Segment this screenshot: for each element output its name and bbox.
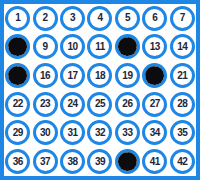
number-cell-16[interactable]: 16 bbox=[33, 63, 58, 88]
number-label: 41 bbox=[150, 157, 160, 167]
number-label: 13 bbox=[150, 42, 160, 52]
number-cell-34[interactable]: 34 bbox=[142, 120, 167, 145]
number-label: 25 bbox=[95, 99, 105, 109]
number-cell-35[interactable]: 35 bbox=[170, 120, 195, 145]
number-label: 19 bbox=[122, 71, 132, 81]
number-cell-5[interactable]: 5 bbox=[115, 6, 140, 31]
number-cell-1[interactable]: 1 bbox=[5, 6, 30, 31]
number-cell-14[interactable]: 14 bbox=[170, 34, 195, 59]
number-cell-39[interactable]: 39 bbox=[87, 149, 112, 174]
number-label: 16 bbox=[40, 71, 50, 81]
number-cell-11[interactable]: 11 bbox=[87, 34, 112, 59]
number-cell-12[interactable]: 12 bbox=[115, 34, 140, 59]
number-cell-32[interactable]: 32 bbox=[87, 120, 112, 145]
number-cell-19[interactable]: 19 bbox=[115, 63, 140, 88]
number-cell-30[interactable]: 30 bbox=[33, 120, 58, 145]
number-grid: 1234567891011121314151617181920212223242… bbox=[4, 4, 196, 176]
number-label: 37 bbox=[40, 157, 50, 167]
number-label: 42 bbox=[177, 157, 187, 167]
number-label: 32 bbox=[95, 128, 105, 138]
number-label: 17 bbox=[68, 71, 78, 81]
number-label: 34 bbox=[150, 128, 160, 138]
number-cell-27[interactable]: 27 bbox=[142, 92, 167, 117]
number-cell-13[interactable]: 13 bbox=[142, 34, 167, 59]
number-label: 33 bbox=[122, 128, 132, 138]
number-label: 29 bbox=[13, 128, 23, 138]
number-label: 30 bbox=[40, 128, 50, 138]
number-label: 38 bbox=[68, 157, 78, 167]
number-label: 10 bbox=[68, 42, 78, 52]
number-cell-41[interactable]: 41 bbox=[142, 149, 167, 174]
number-cell-37[interactable]: 37 bbox=[33, 149, 58, 174]
number-label: 27 bbox=[150, 99, 160, 109]
number-label: 24 bbox=[68, 99, 78, 109]
cross-mark-icon bbox=[5, 34, 30, 59]
number-label: 14 bbox=[177, 42, 187, 52]
number-cell-25[interactable]: 25 bbox=[87, 92, 112, 117]
number-label: 26 bbox=[122, 99, 132, 109]
number-cell-23[interactable]: 23 bbox=[33, 92, 58, 117]
number-label: 18 bbox=[95, 71, 105, 81]
number-cell-3[interactable]: 3 bbox=[60, 6, 85, 31]
number-cell-31[interactable]: 31 bbox=[60, 120, 85, 145]
number-cell-18[interactable]: 18 bbox=[87, 63, 112, 88]
number-cell-24[interactable]: 24 bbox=[60, 92, 85, 117]
number-label: 35 bbox=[177, 128, 187, 138]
number-cell-36[interactable]: 36 bbox=[5, 149, 30, 174]
number-label: 11 bbox=[95, 42, 105, 52]
number-label: 4 bbox=[97, 13, 102, 23]
number-label: 3 bbox=[70, 13, 75, 23]
number-label: 2 bbox=[43, 13, 48, 23]
number-label: 9 bbox=[43, 42, 48, 52]
number-cell-17[interactable]: 17 bbox=[60, 63, 85, 88]
number-cell-26[interactable]: 26 bbox=[115, 92, 140, 117]
number-cell-22[interactable]: 22 bbox=[5, 92, 30, 117]
number-cell-29[interactable]: 29 bbox=[5, 120, 30, 145]
number-label: 6 bbox=[152, 13, 157, 23]
number-label: 1 bbox=[15, 13, 20, 23]
number-cell-28[interactable]: 28 bbox=[170, 92, 195, 117]
number-label: 7 bbox=[180, 13, 185, 23]
cross-mark-icon bbox=[5, 63, 30, 88]
cross-mark-icon bbox=[115, 34, 140, 59]
cross-mark-icon bbox=[142, 63, 167, 88]
number-cell-20[interactable]: 20 bbox=[142, 63, 167, 88]
number-cell-4[interactable]: 4 bbox=[87, 6, 112, 31]
number-label: 21 bbox=[177, 71, 187, 81]
number-label: 31 bbox=[68, 128, 78, 138]
number-board: 1234567891011121314151617181920212223242… bbox=[0, 0, 200, 180]
number-label: 23 bbox=[40, 99, 50, 109]
number-label: 39 bbox=[95, 157, 105, 167]
number-cell-33[interactable]: 33 bbox=[115, 120, 140, 145]
number-cell-15[interactable]: 15 bbox=[5, 63, 30, 88]
cross-mark-icon bbox=[115, 149, 140, 174]
number-cell-42[interactable]: 42 bbox=[170, 149, 195, 174]
number-cell-8[interactable]: 8 bbox=[5, 34, 30, 59]
number-label: 5 bbox=[125, 13, 130, 23]
number-label: 28 bbox=[177, 99, 187, 109]
number-cell-2[interactable]: 2 bbox=[33, 6, 58, 31]
number-cell-9[interactable]: 9 bbox=[33, 34, 58, 59]
number-cell-38[interactable]: 38 bbox=[60, 149, 85, 174]
number-cell-6[interactable]: 6 bbox=[142, 6, 167, 31]
number-label: 36 bbox=[13, 157, 23, 167]
number-cell-7[interactable]: 7 bbox=[170, 6, 195, 31]
number-cell-10[interactable]: 10 bbox=[60, 34, 85, 59]
number-label: 22 bbox=[13, 99, 23, 109]
number-cell-21[interactable]: 21 bbox=[170, 63, 195, 88]
number-cell-40[interactable]: 40 bbox=[115, 149, 140, 174]
